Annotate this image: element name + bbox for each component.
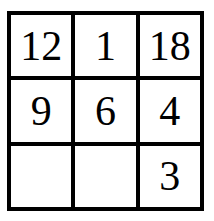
cell-r1c3: 18	[140, 15, 200, 76]
cell-r3c3: 3	[140, 146, 200, 207]
cell-r1c2: 1	[75, 15, 135, 76]
magic-square-board: 12 1 18 9 6 4 3	[7, 11, 204, 211]
cell-r3c1	[11, 146, 71, 207]
cell-r2c1: 9	[11, 80, 71, 141]
puzzle-diagram: 12 1 18 9 6 4 3	[0, 0, 214, 221]
cell-r3c2	[75, 146, 135, 207]
cell-r2c3: 4	[140, 80, 200, 141]
cell-r1c1: 12	[11, 15, 71, 76]
cell-r2c2: 6	[75, 80, 135, 141]
